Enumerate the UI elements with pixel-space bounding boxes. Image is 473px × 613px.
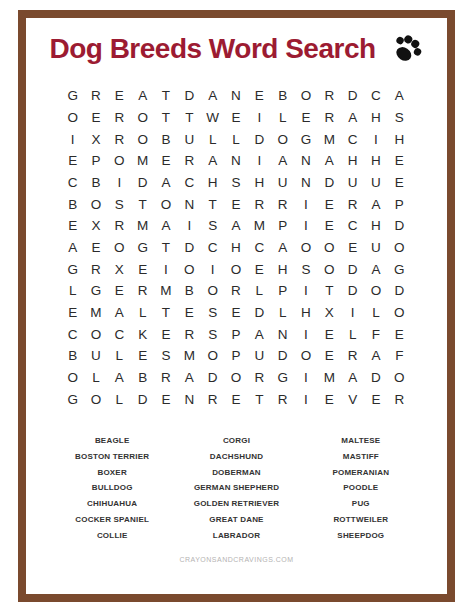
word-list-item: BULLDOG: [92, 480, 133, 496]
word-list-column: CORGIDACHSHUNDDOBERMANGERMAN SHEPHERDGOL…: [174, 433, 298, 544]
grid-cell: S: [294, 258, 317, 280]
grid-cell: T: [154, 237, 177, 259]
grid-cell: R: [341, 193, 364, 215]
page-title: Dog Breeds Word Search: [49, 33, 375, 65]
paw-print-icon: [390, 34, 424, 64]
grid-cell: C: [61, 323, 84, 345]
grid-cell: I: [341, 302, 364, 324]
grid-cell: D: [131, 172, 154, 194]
grid-cell: C: [61, 172, 84, 194]
grid-cell: O: [201, 280, 224, 302]
grid-cell: G: [84, 280, 107, 302]
grid-cell: T: [178, 107, 201, 129]
grid-cell: P: [224, 345, 247, 367]
grid-cell: M: [154, 280, 177, 302]
grid-cell: E: [388, 323, 411, 345]
grid-cell: R: [178, 323, 201, 345]
grid-cell: I: [201, 258, 224, 280]
grid-cell: S: [154, 345, 177, 367]
grid-cell: C: [341, 215, 364, 237]
grid-cell: O: [294, 237, 317, 259]
grid-cell: W: [201, 107, 224, 129]
grid-cell: H: [364, 107, 387, 129]
grid-cell: L: [131, 302, 154, 324]
grid-cell: A: [364, 193, 387, 215]
grid-cell: N: [294, 150, 317, 172]
grid-cell: S: [388, 107, 411, 129]
grid-cell: E: [318, 323, 341, 345]
grid-cell: A: [388, 85, 411, 107]
grid-cell: E: [224, 302, 247, 324]
grid-cell: A: [201, 150, 224, 172]
grid-cell: B: [131, 367, 154, 389]
grid-cell: D: [131, 388, 154, 410]
grid-cell: R: [108, 107, 131, 129]
grid-cell: I: [248, 107, 271, 129]
grid-cell: D: [364, 367, 387, 389]
grid-cell: R: [131, 280, 154, 302]
grid-cell: T: [201, 193, 224, 215]
grid-cell: D: [178, 237, 201, 259]
grid-cell: P: [271, 215, 294, 237]
grid-cell: B: [84, 172, 107, 194]
grid-cell: A: [341, 367, 364, 389]
grid-cell: U: [178, 128, 201, 150]
grid-cell: B: [178, 280, 201, 302]
grid-cell: U: [84, 345, 107, 367]
grid-cell: B: [61, 193, 84, 215]
word-list-item: BOXER: [97, 465, 126, 481]
grid-cell: M: [318, 367, 341, 389]
grid-cell: N: [224, 85, 247, 107]
grid-cell: D: [388, 215, 411, 237]
grid-cell: E: [131, 258, 154, 280]
grid-cell: O: [318, 237, 341, 259]
grid-cell: A: [108, 367, 131, 389]
grid-cell: L: [341, 323, 364, 345]
grid-cell: I: [248, 150, 271, 172]
grid-cell: E: [248, 258, 271, 280]
grid-cell: E: [224, 107, 247, 129]
grid-cell: R: [341, 345, 364, 367]
grid-cell: R: [108, 215, 131, 237]
grid-cell: X: [84, 215, 107, 237]
grid-cell: U: [248, 345, 271, 367]
grid-cell: O: [388, 237, 411, 259]
grid-cell: L: [271, 107, 294, 129]
grid-cell: L: [84, 367, 107, 389]
grid-cell: O: [131, 107, 154, 129]
grid-cell: A: [131, 85, 154, 107]
word-list-item: GERMAN SHEPHERD: [194, 480, 279, 496]
grid-cell: G: [61, 388, 84, 410]
word-list-item: SHEEPDOG: [337, 528, 384, 544]
grid-cell: A: [318, 150, 341, 172]
word-list-item: DACHSHUND: [210, 449, 263, 465]
grid-cell: I: [294, 323, 317, 345]
grid-cell: L: [201, 128, 224, 150]
grid-cell: O: [318, 258, 341, 280]
grid-cell: T: [131, 193, 154, 215]
word-list-item: MASTIFF: [343, 449, 379, 465]
grid-cell: R: [178, 150, 201, 172]
grid-cell: S: [201, 323, 224, 345]
grid-cell: O: [178, 258, 201, 280]
grid-cell: R: [108, 128, 131, 150]
grid-cell: T: [154, 302, 177, 324]
grid-cell: D: [248, 128, 271, 150]
grid-cell: U: [341, 172, 364, 194]
grid-cell: R: [248, 193, 271, 215]
grid-cell: L: [108, 345, 131, 367]
word-list-column: MALTESEMASTIFFPOMERANIANPOODLEPUGROTTWEI…: [299, 433, 423, 544]
grid-cell: I: [154, 258, 177, 280]
grid-cell: O: [388, 367, 411, 389]
footer-credit: CRAYONSANDCRAVINGS.COM: [0, 556, 473, 563]
grid-cell: S: [224, 172, 247, 194]
grid-cell: E: [131, 345, 154, 367]
grid-cell: N: [178, 388, 201, 410]
grid-cell: C: [341, 128, 364, 150]
grid-cell: L: [224, 128, 247, 150]
grid-cell: E: [294, 107, 317, 129]
grid-cell: A: [154, 215, 177, 237]
word-list-item: MALTESE: [341, 433, 380, 449]
grid-cell: C: [201, 237, 224, 259]
grid-cell: O: [84, 193, 107, 215]
grid-cell: P: [84, 150, 107, 172]
word-list-item: ROTTWEILER: [333, 512, 388, 528]
grid-cell: D: [201, 367, 224, 389]
word-list: BEAGLEBOSTON TERRIERBOXERBULLDOGCHIHUAHU…: [50, 433, 423, 544]
grid-cell: B: [271, 85, 294, 107]
grid-cell: O: [154, 193, 177, 215]
grid-cell: H: [364, 215, 387, 237]
grid-cell: E: [178, 302, 201, 324]
word-list-item: GREAT DANE: [209, 512, 263, 528]
grid-cell: I: [178, 215, 201, 237]
grid-cell: U: [364, 237, 387, 259]
grid-cell: I: [108, 172, 131, 194]
grid-cell: O: [61, 107, 84, 129]
grid-cell: H: [248, 172, 271, 194]
grid-cell: E: [388, 150, 411, 172]
grid-cell: D: [341, 258, 364, 280]
grid-cell: O: [131, 128, 154, 150]
grid-cell: A: [224, 215, 247, 237]
grid-cell: E: [84, 107, 107, 129]
grid-cell: H: [271, 258, 294, 280]
grid-cell: O: [108, 150, 131, 172]
grid-cell: X: [84, 128, 107, 150]
grid-cell: H: [201, 172, 224, 194]
grid-cell: E: [341, 237, 364, 259]
grid-cell: O: [388, 302, 411, 324]
word-list-item: GOLDEN RETRIEVER: [194, 496, 279, 512]
grid-cell: E: [318, 345, 341, 367]
grid-cell: H: [364, 150, 387, 172]
word-list-item: PUG: [352, 496, 370, 512]
grid-cell: O: [294, 345, 317, 367]
grid-cell: P: [271, 280, 294, 302]
grid-cell: M: [178, 345, 201, 367]
grid-cell: M: [84, 302, 107, 324]
grid-cell: R: [271, 193, 294, 215]
grid-cell: C: [364, 85, 387, 107]
grid-cell: I: [294, 367, 317, 389]
grid-cell: M: [248, 215, 271, 237]
grid-cell: O: [84, 323, 107, 345]
grid-cell: K: [131, 323, 154, 345]
word-list-item: CHIHUAHUA: [87, 496, 137, 512]
grid-cell: C: [108, 323, 131, 345]
grid-cell: G: [61, 258, 84, 280]
grid-cell: R: [318, 107, 341, 129]
grid-cell: P: [388, 193, 411, 215]
word-list-column: BEAGLEBOSTON TERRIERBOXERBULLDOGCHIHUAHU…: [50, 433, 174, 544]
grid-cell: A: [364, 345, 387, 367]
grid-cell: G: [294, 128, 317, 150]
grid-cell: R: [154, 367, 177, 389]
grid-cell: E: [108, 280, 131, 302]
grid-cell: D: [341, 85, 364, 107]
grid-cell: N: [294, 172, 317, 194]
grid-cell: H: [388, 128, 411, 150]
grid-cell: M: [318, 128, 341, 150]
grid-cell: I: [364, 128, 387, 150]
grid-cell: E: [154, 323, 177, 345]
grid-cell: D: [271, 345, 294, 367]
grid-cell: I: [294, 215, 317, 237]
grid-cell: A: [271, 237, 294, 259]
grid-cell: G: [271, 367, 294, 389]
grid-cell: O: [201, 345, 224, 367]
grid-cell: A: [178, 367, 201, 389]
grid-cell: G: [131, 237, 154, 259]
grid-cell: G: [61, 85, 84, 107]
grid-cell: V: [341, 388, 364, 410]
grid-cell: A: [154, 172, 177, 194]
grid-cell: L: [108, 388, 131, 410]
grid-cell: N: [178, 193, 201, 215]
grid-cell: O: [364, 280, 387, 302]
grid-cell: D: [388, 280, 411, 302]
grid-cell: T: [154, 85, 177, 107]
word-list-item: POODLE: [343, 480, 378, 496]
grid-cell: E: [61, 302, 84, 324]
grid-cell: D: [248, 302, 271, 324]
grid-cell: U: [271, 172, 294, 194]
grid-cell: A: [248, 323, 271, 345]
grid-cell: D: [341, 280, 364, 302]
grid-cell: T: [248, 388, 271, 410]
grid-cell: E: [364, 388, 387, 410]
word-list-item: POMERANIAN: [332, 465, 389, 481]
grid-cell: E: [318, 215, 341, 237]
grid-cell: G: [388, 258, 411, 280]
grid-cell: F: [388, 345, 411, 367]
grid-cell: R: [201, 388, 224, 410]
grid-cell: H: [341, 150, 364, 172]
grid-cell: R: [388, 388, 411, 410]
grid-cell: E: [61, 215, 84, 237]
header: Dog Breeds Word Search: [0, 33, 473, 65]
grid-cell: E: [224, 388, 247, 410]
grid-cell: O: [224, 258, 247, 280]
grid-cell: L: [364, 302, 387, 324]
word-list-item: DOBERMAN: [212, 465, 261, 481]
grid-cell: X: [108, 258, 131, 280]
grid-cell: C: [248, 237, 271, 259]
grid-cell: A: [271, 150, 294, 172]
grid-cell: E: [84, 237, 107, 259]
grid-cell: C: [178, 172, 201, 194]
grid-cell: H: [294, 302, 317, 324]
grid-cell: D: [318, 172, 341, 194]
grid-cell: E: [61, 150, 84, 172]
grid-cell: R: [271, 388, 294, 410]
grid-cell: O: [61, 367, 84, 389]
grid-cell: L: [61, 280, 84, 302]
word-list-item: BOSTON TERRIER: [75, 449, 149, 465]
grid-cell: R: [84, 85, 107, 107]
word-list-item: CORGI: [223, 433, 250, 449]
grid-cell: R: [318, 85, 341, 107]
grid-cell: S: [108, 193, 131, 215]
grid-cell: N: [271, 323, 294, 345]
grid-cell: A: [108, 302, 131, 324]
grid-cell: A: [341, 107, 364, 129]
grid-cell: I: [294, 193, 317, 215]
word-list-item: COLLIE: [97, 528, 128, 544]
grid-cell: R: [248, 367, 271, 389]
grid-cell: S: [201, 215, 224, 237]
word-search-grid: GREATDANEBORDCAOEROTTWEILERAHSIXROBULLDO…: [61, 85, 411, 410]
grid-cell: T: [154, 107, 177, 129]
grid-cell: S: [201, 302, 224, 324]
grid-cell: A: [61, 237, 84, 259]
grid-cell: N: [224, 150, 247, 172]
grid-cell: D: [178, 85, 201, 107]
grid-cell: F: [364, 323, 387, 345]
grid-cell: O: [271, 128, 294, 150]
grid-cell: R: [84, 258, 107, 280]
grid-cell: I: [294, 280, 317, 302]
grid-cell: A: [201, 85, 224, 107]
grid-cell: E: [224, 193, 247, 215]
grid-cell: T: [318, 280, 341, 302]
word-list-item: BEAGLE: [95, 433, 130, 449]
grid-cell: H: [224, 237, 247, 259]
grid-cell: P: [224, 323, 247, 345]
grid-cell: E: [154, 388, 177, 410]
grid-cell: X: [318, 302, 341, 324]
word-list-item: LABRADOR: [213, 528, 260, 544]
grid-cell: E: [318, 193, 341, 215]
grid-cell: U: [364, 172, 387, 194]
grid-cell: O: [84, 388, 107, 410]
grid-cell: O: [294, 85, 317, 107]
grid-cell: O: [224, 367, 247, 389]
grid-cell: E: [318, 388, 341, 410]
grid-cell: E: [388, 172, 411, 194]
grid-cell: I: [294, 388, 317, 410]
grid-cell: R: [224, 280, 247, 302]
grid-cell: E: [108, 85, 131, 107]
grid-cell: E: [154, 150, 177, 172]
grid-cell: B: [154, 128, 177, 150]
grid-cell: M: [131, 215, 154, 237]
grid-cell: L: [248, 280, 271, 302]
grid-cell: M: [131, 150, 154, 172]
grid-cell: E: [248, 85, 271, 107]
grid-cell: A: [364, 258, 387, 280]
grid-cell: B: [61, 345, 84, 367]
grid-cell: O: [108, 237, 131, 259]
word-list-item: COCKER SPANIEL: [75, 512, 149, 528]
grid-cell: I: [61, 128, 84, 150]
grid-cell: L: [271, 302, 294, 324]
